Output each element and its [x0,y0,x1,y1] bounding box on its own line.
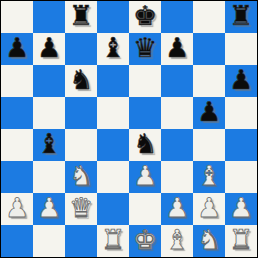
piece-black-queen[interactable]: ♛ [133,33,157,64]
piece-white-bishop[interactable]: ♝ [165,225,189,256]
square-b6[interactable] [33,65,65,97]
square-d2[interactable] [97,193,129,225]
piece-white-knight[interactable]: ♞ [197,225,221,256]
square-b1[interactable] [33,225,65,257]
square-h5[interactable] [225,97,257,129]
square-e7[interactable]: ♛ [129,33,161,65]
square-g1[interactable]: ♞ [193,225,225,257]
square-b3[interactable] [33,161,65,193]
square-f1[interactable]: ♝ [161,225,193,257]
square-c1[interactable] [65,225,97,257]
square-b7[interactable]: ♟ [33,33,65,65]
square-f6[interactable] [161,65,193,97]
piece-white-pawn[interactable]: ♟ [133,161,157,192]
square-a3[interactable] [1,161,33,193]
piece-black-bishop[interactable]: ♝ [37,129,61,160]
square-a2[interactable]: ♟ [1,193,33,225]
square-e6[interactable] [129,65,161,97]
piece-white-king[interactable]: ♚ [133,225,157,256]
square-e3[interactable]: ♟ [129,161,161,193]
chess-board-frame: ♜♚♜♟♟♝♛♟♞♟♟♝♞♞♟♝♟♟♛♟♟♟♜♚♝♞♜ [0,0,258,258]
square-b4[interactable]: ♝ [33,129,65,161]
square-h1[interactable]: ♜ [225,225,257,257]
piece-white-knight[interactable]: ♞ [69,161,93,192]
piece-white-rook[interactable]: ♜ [101,225,125,256]
square-f4[interactable] [161,129,193,161]
square-f3[interactable] [161,161,193,193]
square-c4[interactable] [65,129,97,161]
square-d5[interactable] [97,97,129,129]
square-d6[interactable] [97,65,129,97]
square-h8[interactable]: ♜ [225,1,257,33]
square-g5[interactable]: ♟ [193,97,225,129]
square-g7[interactable] [193,33,225,65]
square-a6[interactable] [1,65,33,97]
square-a1[interactable] [1,225,33,257]
square-g8[interactable] [193,1,225,33]
piece-white-bishop[interactable]: ♝ [197,161,221,192]
square-f2[interactable]: ♟ [161,193,193,225]
square-c3[interactable]: ♞ [65,161,97,193]
square-h4[interactable] [225,129,257,161]
piece-white-queen[interactable]: ♛ [69,193,93,224]
piece-white-pawn[interactable]: ♟ [165,193,189,224]
square-e4[interactable]: ♞ [129,129,161,161]
square-e5[interactable] [129,97,161,129]
square-f7[interactable]: ♟ [161,33,193,65]
piece-black-knight[interactable]: ♞ [133,129,157,160]
piece-black-knight[interactable]: ♞ [69,65,93,96]
square-e8[interactable]: ♚ [129,1,161,33]
square-h6[interactable]: ♟ [225,65,257,97]
piece-white-pawn[interactable]: ♟ [229,193,253,224]
square-a4[interactable] [1,129,33,161]
piece-white-pawn[interactable]: ♟ [37,193,61,224]
square-b8[interactable] [33,1,65,33]
square-a7[interactable]: ♟ [1,33,33,65]
square-f5[interactable] [161,97,193,129]
piece-black-pawn[interactable]: ♟ [229,65,253,96]
piece-white-pawn[interactable]: ♟ [197,193,221,224]
piece-white-pawn[interactable]: ♟ [5,193,29,224]
square-f8[interactable] [161,1,193,33]
square-e1[interactable]: ♚ [129,225,161,257]
square-b5[interactable] [33,97,65,129]
square-e2[interactable] [129,193,161,225]
square-a8[interactable] [1,1,33,33]
piece-black-pawn[interactable]: ♟ [165,33,189,64]
square-c2[interactable]: ♛ [65,193,97,225]
chess-board: ♜♚♜♟♟♝♛♟♞♟♟♝♞♞♟♝♟♟♛♟♟♟♜♚♝♞♜ [1,1,257,257]
square-g4[interactable] [193,129,225,161]
square-d3[interactable] [97,161,129,193]
piece-black-pawn[interactable]: ♟ [37,33,61,64]
piece-black-pawn[interactable]: ♟ [197,97,221,128]
piece-white-rook[interactable]: ♜ [229,225,253,256]
square-b2[interactable]: ♟ [33,193,65,225]
square-c5[interactable] [65,97,97,129]
square-g6[interactable] [193,65,225,97]
square-h7[interactable] [225,33,257,65]
square-h3[interactable] [225,161,257,193]
piece-black-pawn[interactable]: ♟ [5,33,29,64]
square-d8[interactable] [97,1,129,33]
square-d4[interactable] [97,129,129,161]
square-g3[interactable]: ♝ [193,161,225,193]
square-c8[interactable]: ♜ [65,1,97,33]
square-c7[interactable] [65,33,97,65]
square-h2[interactable]: ♟ [225,193,257,225]
square-d1[interactable]: ♜ [97,225,129,257]
square-d7[interactable]: ♝ [97,33,129,65]
square-g2[interactable]: ♟ [193,193,225,225]
piece-black-bishop[interactable]: ♝ [101,33,125,64]
piece-black-rook[interactable]: ♜ [69,1,93,32]
square-c6[interactable]: ♞ [65,65,97,97]
piece-black-rook[interactable]: ♜ [229,1,253,32]
piece-black-king[interactable]: ♚ [133,1,157,32]
square-a5[interactable] [1,97,33,129]
